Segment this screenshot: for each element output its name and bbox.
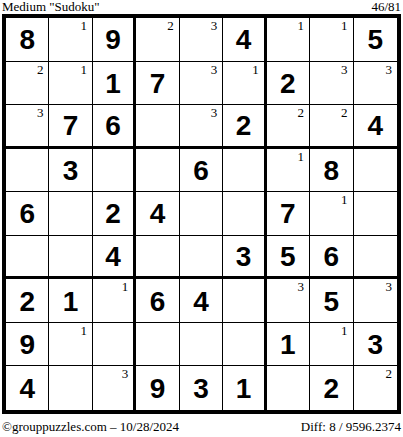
pencil-mark: 3 xyxy=(122,366,129,381)
cell-r4c8: 8 xyxy=(310,149,353,193)
pencil-mark: 2 xyxy=(298,105,305,120)
pencil-mark: 3 xyxy=(211,62,218,77)
cell-r4c9 xyxy=(354,149,397,193)
cell-r1c7: 1 xyxy=(267,18,310,62)
cell-r9c7 xyxy=(267,366,310,410)
pencil-mark: 1 xyxy=(341,192,348,207)
cell-r8c1: 9 xyxy=(6,323,49,367)
cell-value: 2 xyxy=(280,68,296,98)
cell-value: 3 xyxy=(193,373,209,403)
cell-value: 6 xyxy=(150,286,166,316)
cell-value: 2 xyxy=(105,198,121,228)
cell-value: 2 xyxy=(324,373,340,403)
cell-r2c9: 3 xyxy=(354,62,397,106)
cell-r2c7: 2 xyxy=(267,62,310,106)
cell-r1c4: 2 xyxy=(136,18,179,62)
cell-r6c7: 5 xyxy=(267,236,310,280)
cell-r5c3: 2 xyxy=(93,192,136,236)
cell-r1c1: 8 xyxy=(6,18,49,62)
copyright-text: ©grouppuzzles.com – 10/28/2024 xyxy=(2,419,179,435)
cell-r6c2 xyxy=(49,236,92,280)
cell-r3c8: 2 xyxy=(310,105,353,149)
pencil-mark: 3 xyxy=(385,279,392,294)
cell-value: 4 xyxy=(193,286,209,316)
cell-r2c3: 1 xyxy=(93,62,136,106)
cell-r8c6 xyxy=(223,323,266,367)
progress-counter: 46/81 xyxy=(371,0,401,15)
cell-r6c3: 4 xyxy=(93,236,136,280)
cell-r4c4 xyxy=(136,149,179,193)
cell-value: 4 xyxy=(19,373,35,403)
cell-r1c3: 9 xyxy=(93,18,136,62)
cell-value: 5 xyxy=(324,286,340,316)
cell-r9c6: 1 xyxy=(223,366,266,410)
sudoku-board: 8192341152117312333763222436186247143562… xyxy=(2,14,401,414)
cell-r7c5: 4 xyxy=(180,279,223,323)
cell-r9c1: 4 xyxy=(6,366,49,410)
cell-r7c7: 3 xyxy=(267,279,310,323)
cell-value: 1 xyxy=(236,373,252,403)
cell-value: 6 xyxy=(105,110,121,140)
cell-r2c1: 2 xyxy=(6,62,49,106)
cell-value: 6 xyxy=(193,155,209,185)
pencil-mark: 1 xyxy=(298,149,305,164)
pencil-mark: 1 xyxy=(80,62,87,77)
cell-value: 9 xyxy=(105,24,121,54)
cell-r4c7: 1 xyxy=(267,149,310,193)
pencil-mark: 3 xyxy=(37,105,44,120)
cell-r5c4: 4 xyxy=(136,192,179,236)
cell-value: 1 xyxy=(63,286,79,316)
cell-value: 3 xyxy=(236,241,252,271)
cell-r5c9 xyxy=(354,192,397,236)
cell-value: 4 xyxy=(150,198,166,228)
cell-r8c9: 3 xyxy=(354,323,397,367)
pencil-mark: 1 xyxy=(298,18,305,33)
cell-value: 5 xyxy=(367,24,383,54)
pencil-mark: 1 xyxy=(341,18,348,33)
pencil-mark: 3 xyxy=(341,62,348,77)
cell-r3c2: 7 xyxy=(49,105,92,149)
cell-value: 5 xyxy=(280,241,296,271)
cell-r1c2: 1 xyxy=(49,18,92,62)
cell-r5c6 xyxy=(223,192,266,236)
cell-r6c9 xyxy=(354,236,397,280)
cell-r9c4: 9 xyxy=(136,366,179,410)
pencil-mark: 3 xyxy=(385,62,392,77)
cell-r3c3: 6 xyxy=(93,105,136,149)
cell-value: 2 xyxy=(236,110,252,140)
sudoku-page: Medium "Sudoku" 46/81 819234115211731233… xyxy=(0,0,403,437)
cell-value: 7 xyxy=(150,68,166,98)
cell-r8c3 xyxy=(93,323,136,367)
cell-r9c5: 3 xyxy=(180,366,223,410)
cell-r4c5: 6 xyxy=(180,149,223,193)
cell-r8c2: 1 xyxy=(49,323,92,367)
pencil-mark: 2 xyxy=(37,62,44,77)
cell-r2c2: 1 xyxy=(49,62,92,106)
cell-r9c3: 3 xyxy=(93,366,136,410)
cell-value: 9 xyxy=(19,329,35,359)
cell-r5c1: 6 xyxy=(6,192,49,236)
cell-r1c8: 1 xyxy=(310,18,353,62)
cell-r7c8: 5 xyxy=(310,279,353,323)
cell-r9c2 xyxy=(49,366,92,410)
cell-r8c5 xyxy=(180,323,223,367)
pencil-mark: 1 xyxy=(80,18,87,33)
cell-r1c6: 4 xyxy=(223,18,266,62)
cell-r5c5 xyxy=(180,192,223,236)
cell-r8c8: 1 xyxy=(310,323,353,367)
cell-r3c7: 2 xyxy=(267,105,310,149)
cell-r4c6 xyxy=(223,149,266,193)
cell-r9c8: 2 xyxy=(310,366,353,410)
cell-value: 4 xyxy=(236,24,252,54)
cell-value: 4 xyxy=(105,241,121,271)
pencil-mark: 3 xyxy=(211,18,218,33)
cell-value: 1 xyxy=(105,68,121,98)
cell-value: 7 xyxy=(63,110,79,140)
cell-r4c1 xyxy=(6,149,49,193)
pencil-mark: 2 xyxy=(341,105,348,120)
cell-r6c4 xyxy=(136,236,179,280)
pencil-mark: 3 xyxy=(211,105,218,120)
cell-value: 3 xyxy=(63,155,79,185)
cell-r6c5 xyxy=(180,236,223,280)
pencil-mark: 1 xyxy=(122,279,129,294)
cell-r5c8: 1 xyxy=(310,192,353,236)
difficulty-text: Diff: 8 / 9596.2374 xyxy=(301,419,401,435)
cell-value: 8 xyxy=(324,155,340,185)
cell-value: 1 xyxy=(280,329,296,359)
cell-value: 4 xyxy=(367,110,383,140)
cell-value: 7 xyxy=(280,198,296,228)
cell-r8c4 xyxy=(136,323,179,367)
cell-r6c6: 3 xyxy=(223,236,266,280)
cell-r5c7: 7 xyxy=(267,192,310,236)
cell-r2c8: 3 xyxy=(310,62,353,106)
pencil-mark: 1 xyxy=(252,62,259,77)
cell-r3c5: 3 xyxy=(180,105,223,149)
cell-value: 3 xyxy=(367,329,383,359)
cell-r4c3 xyxy=(93,149,136,193)
cell-value: 6 xyxy=(324,241,340,271)
pencil-mark: 1 xyxy=(80,323,87,338)
cell-r7c6 xyxy=(223,279,266,323)
cell-r1c9: 5 xyxy=(354,18,397,62)
cell-r7c1: 2 xyxy=(6,279,49,323)
cell-r3c6: 2 xyxy=(223,105,266,149)
cell-r6c1 xyxy=(6,236,49,280)
cell-r1c5: 3 xyxy=(180,18,223,62)
pencil-mark: 1 xyxy=(341,323,348,338)
cell-r5c2 xyxy=(49,192,92,236)
cell-r7c9: 3 xyxy=(354,279,397,323)
pencil-mark: 3 xyxy=(298,279,305,294)
cell-r2c4: 7 xyxy=(136,62,179,106)
cell-r3c9: 4 xyxy=(354,105,397,149)
cell-r7c2: 1 xyxy=(49,279,92,323)
cell-value: 8 xyxy=(19,24,35,54)
cell-value: 6 xyxy=(19,198,35,228)
cell-value: 9 xyxy=(150,373,166,403)
cell-r4c2: 3 xyxy=(49,149,92,193)
cell-r2c6: 1 xyxy=(223,62,266,106)
cell-r6c8: 6 xyxy=(310,236,353,280)
cell-r3c1: 3 xyxy=(6,105,49,149)
pencil-mark: 2 xyxy=(385,366,392,381)
cell-r9c9: 2 xyxy=(354,366,397,410)
cell-r7c3: 1 xyxy=(93,279,136,323)
pencil-mark: 2 xyxy=(167,18,174,33)
cell-value: 2 xyxy=(19,286,35,316)
cell-r7c4: 6 xyxy=(136,279,179,323)
cell-r2c5: 3 xyxy=(180,62,223,106)
cell-r8c7: 1 xyxy=(267,323,310,367)
page-title: Medium "Sudoku" xyxy=(2,0,100,15)
cell-r3c4 xyxy=(136,105,179,149)
